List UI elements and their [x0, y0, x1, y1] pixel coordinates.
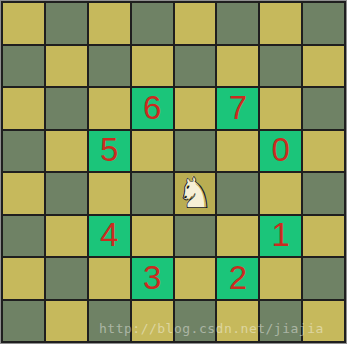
square-g1[interactable] — [260, 301, 301, 342]
square-e1[interactable] — [175, 301, 216, 342]
square-h6[interactable] — [303, 88, 344, 129]
square-g5[interactable]: 0 — [260, 131, 301, 172]
square-e8[interactable] — [175, 3, 216, 44]
move-number-label: 1 — [272, 218, 290, 251]
move-number-label: 0 — [272, 133, 290, 166]
square-c8[interactable] — [89, 3, 130, 44]
move-number-label: 6 — [143, 91, 161, 124]
square-c3[interactable]: 4 — [89, 216, 130, 257]
move-number-label: 4 — [100, 218, 118, 251]
square-d3[interactable] — [132, 216, 173, 257]
square-g4[interactable] — [260, 173, 301, 214]
square-b6[interactable] — [46, 88, 87, 129]
square-f7[interactable] — [217, 46, 258, 87]
square-h3[interactable] — [303, 216, 344, 257]
square-d7[interactable] — [132, 46, 173, 87]
square-d2[interactable]: 3 — [132, 258, 173, 299]
square-c4[interactable] — [89, 173, 130, 214]
square-b4[interactable] — [46, 173, 87, 214]
square-e6[interactable] — [175, 88, 216, 129]
move-number-label: 5 — [100, 133, 118, 166]
square-h5[interactable] — [303, 131, 344, 172]
square-h2[interactable] — [303, 258, 344, 299]
square-c6[interactable] — [89, 88, 130, 129]
square-f1[interactable] — [217, 301, 258, 342]
square-a5[interactable] — [3, 131, 44, 172]
square-e7[interactable] — [175, 46, 216, 87]
square-c1[interactable] — [89, 301, 130, 342]
square-g2[interactable] — [260, 258, 301, 299]
square-a2[interactable] — [3, 258, 44, 299]
square-h4[interactable] — [303, 173, 344, 214]
square-e2[interactable] — [175, 258, 216, 299]
square-h8[interactable] — [303, 3, 344, 44]
square-d5[interactable] — [132, 131, 173, 172]
square-a3[interactable] — [3, 216, 44, 257]
square-d4[interactable] — [132, 173, 173, 214]
move-number-label: 2 — [229, 261, 247, 294]
square-e4[interactable]: ♞♘ — [175, 173, 216, 214]
square-b1[interactable] — [46, 301, 87, 342]
square-h7[interactable] — [303, 46, 344, 87]
square-b3[interactable] — [46, 216, 87, 257]
square-b7[interactable] — [46, 46, 87, 87]
square-h1[interactable] — [303, 301, 344, 342]
white-knight-piece[interactable]: ♞♘ — [175, 173, 216, 214]
square-d6[interactable]: 6 — [132, 88, 173, 129]
square-a6[interactable] — [3, 88, 44, 129]
square-a4[interactable] — [3, 173, 44, 214]
square-e5[interactable] — [175, 131, 216, 172]
square-f5[interactable] — [217, 131, 258, 172]
square-g6[interactable] — [260, 88, 301, 129]
square-b5[interactable] — [46, 131, 87, 172]
square-f2[interactable]: 2 — [217, 258, 258, 299]
square-c2[interactable] — [89, 258, 130, 299]
square-c7[interactable] — [89, 46, 130, 87]
square-e3[interactable] — [175, 216, 216, 257]
square-d8[interactable] — [132, 3, 173, 44]
square-f8[interactable] — [217, 3, 258, 44]
square-a7[interactable] — [3, 46, 44, 87]
square-c5[interactable]: 5 — [89, 131, 130, 172]
screenshot-stage: 6750♞♘4132 http://blog.csdn.net/jiajia — [0, 0, 347, 344]
square-f6[interactable]: 7 — [217, 88, 258, 129]
knight-outline-glyph: ♘ — [175, 173, 216, 214]
square-b8[interactable] — [46, 3, 87, 44]
square-g8[interactable] — [260, 3, 301, 44]
square-a8[interactable] — [3, 3, 44, 44]
move-number-label: 3 — [143, 261, 161, 294]
move-number-label: 7 — [229, 91, 247, 124]
square-f4[interactable] — [217, 173, 258, 214]
chess-board: 6750♞♘4132 — [0, 0, 347, 344]
square-a1[interactable] — [3, 301, 44, 342]
square-b2[interactable] — [46, 258, 87, 299]
square-d1[interactable] — [132, 301, 173, 342]
square-g7[interactable] — [260, 46, 301, 87]
square-f3[interactable] — [217, 216, 258, 257]
square-g3[interactable]: 1 — [260, 216, 301, 257]
